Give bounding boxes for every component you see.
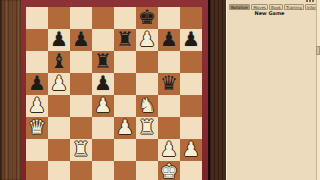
square-g3[interactable] (158, 117, 180, 139)
black-bishop[interactable]: ♝ (50, 51, 68, 72)
square-h2[interactable]: ♟ (180, 139, 202, 161)
square-f5[interactable] (136, 73, 158, 95)
white-pawn[interactable]: ♟ (160, 139, 178, 160)
square-b8[interactable] (48, 7, 70, 29)
square-b3[interactable] (48, 117, 70, 139)
panel-window-controls[interactable] (306, 0, 314, 2)
white-rook[interactable]: ♜ (138, 117, 156, 138)
square-d2[interactable] (92, 139, 114, 161)
black-rook[interactable]: ♜ (116, 29, 134, 50)
square-b6[interactable]: ♝ (48, 51, 70, 73)
white-pawn[interactable]: ♟ (182, 139, 200, 160)
panel-tab-bar: Notation Moves Book Training Information… (229, 3, 320, 10)
panel-scrollbar[interactable] (316, 0, 320, 180)
square-a3[interactable]: ♛ (26, 117, 48, 139)
square-a6[interactable] (26, 51, 48, 73)
square-h7[interactable]: ♟ (180, 29, 202, 51)
square-g4[interactable] (158, 95, 180, 117)
square-d3[interactable] (92, 117, 114, 139)
square-b5[interactable]: ♟ (48, 73, 70, 95)
square-e7[interactable]: ♜ (114, 29, 136, 51)
square-e3[interactable]: ♟ (114, 117, 136, 139)
square-f4[interactable]: ♞ (136, 95, 158, 117)
chess-board: ♚♟♟♜♟♟♟♝♜♟♟♟♛♟♟♞♛♟♜♜♟♟♚ (26, 7, 202, 180)
square-h8[interactable] (180, 7, 202, 29)
square-a2[interactable] (26, 139, 48, 161)
square-h3[interactable] (180, 117, 202, 139)
black-pawn[interactable]: ♟ (160, 29, 178, 50)
white-queen[interactable]: ♛ (28, 117, 46, 138)
square-d8[interactable] (92, 7, 114, 29)
board-frame-right-wood (208, 0, 226, 180)
square-a8[interactable] (26, 7, 48, 29)
square-f8[interactable]: ♚ (136, 7, 158, 29)
square-h1[interactable] (180, 161, 202, 180)
black-pawn[interactable]: ♟ (28, 73, 46, 94)
square-b4[interactable] (48, 95, 70, 117)
square-f1[interactable] (136, 161, 158, 180)
square-d1[interactable] (92, 161, 114, 180)
square-c5[interactable] (70, 73, 92, 95)
square-f7[interactable]: ♟ (136, 29, 158, 51)
square-g6[interactable] (158, 51, 180, 73)
white-pawn[interactable]: ♟ (94, 95, 112, 116)
square-c3[interactable] (70, 117, 92, 139)
square-e2[interactable] (114, 139, 136, 161)
square-e8[interactable] (114, 7, 136, 29)
black-pawn[interactable]: ♟ (72, 29, 90, 50)
square-g8[interactable] (158, 7, 180, 29)
square-g5[interactable]: ♛ (158, 73, 180, 95)
game-header-text: New Game (227, 10, 312, 16)
square-e6[interactable] (114, 51, 136, 73)
black-pawn[interactable]: ♟ (94, 73, 112, 94)
square-h6[interactable] (180, 51, 202, 73)
square-c4[interactable] (70, 95, 92, 117)
white-king[interactable]: ♚ (160, 161, 178, 180)
white-pawn[interactable]: ♟ (28, 95, 46, 116)
square-f3[interactable]: ♜ (136, 117, 158, 139)
square-g1[interactable]: ♚ (158, 161, 180, 180)
square-d4[interactable]: ♟ (92, 95, 114, 117)
board-frame-left-wood (0, 0, 21, 180)
black-rook[interactable]: ♜ (94, 51, 112, 72)
scrollbar-thumb[interactable] (316, 46, 320, 55)
white-rook[interactable]: ♜ (72, 139, 90, 160)
panel-control-dot-icon[interactable] (306, 0, 308, 2)
square-d7[interactable] (92, 29, 114, 51)
white-knight[interactable]: ♞ (138, 95, 156, 116)
square-b7[interactable]: ♟ (48, 29, 70, 51)
white-pawn[interactable]: ♟ (138, 29, 156, 50)
square-a1[interactable] (26, 161, 48, 180)
notation-panel: Notation Moves Book Training Information… (226, 0, 320, 180)
square-h5[interactable] (180, 73, 202, 95)
square-a4[interactable]: ♟ (26, 95, 48, 117)
square-e5[interactable] (114, 73, 136, 95)
black-pawn[interactable]: ♟ (50, 29, 68, 50)
square-b1[interactable] (48, 161, 70, 180)
white-pawn[interactable]: ♟ (116, 117, 134, 138)
square-a7[interactable] (26, 29, 48, 51)
square-c8[interactable] (70, 7, 92, 29)
white-pawn[interactable]: ♟ (50, 73, 68, 94)
square-f2[interactable] (136, 139, 158, 161)
panel-control-dot-icon[interactable] (309, 0, 311, 2)
square-f6[interactable] (136, 51, 158, 73)
black-queen[interactable]: ♛ (160, 73, 178, 94)
square-e4[interactable] (114, 95, 136, 117)
black-king[interactable]: ♚ (138, 7, 156, 28)
panel-control-dot-icon[interactable] (312, 0, 314, 2)
black-pawn[interactable]: ♟ (182, 29, 200, 50)
square-c2[interactable]: ♜ (70, 139, 92, 161)
square-c1[interactable] (70, 161, 92, 180)
square-c7[interactable]: ♟ (70, 29, 92, 51)
square-b2[interactable] (48, 139, 70, 161)
square-a5[interactable]: ♟ (26, 73, 48, 95)
square-g7[interactable]: ♟ (158, 29, 180, 51)
square-d5[interactable]: ♟ (92, 73, 114, 95)
square-c6[interactable] (70, 51, 92, 73)
square-d6[interactable]: ♜ (92, 51, 114, 73)
square-e1[interactable] (114, 161, 136, 180)
square-h4[interactable] (180, 95, 202, 117)
square-g2[interactable]: ♟ (158, 139, 180, 161)
